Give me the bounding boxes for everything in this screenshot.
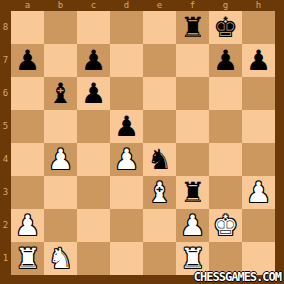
file-label-c: c xyxy=(77,0,110,11)
square-e1[interactable] xyxy=(143,242,176,275)
square-f3[interactable]: ♜ xyxy=(176,176,209,209)
square-a4[interactable] xyxy=(11,143,44,176)
rank-label-3: 3 xyxy=(0,176,11,209)
square-c1[interactable] xyxy=(77,242,110,275)
black-bishop-b6: ♝ xyxy=(44,77,77,110)
square-c2[interactable] xyxy=(77,209,110,242)
square-d8[interactable] xyxy=(110,11,143,44)
square-g2[interactable]: ♚ xyxy=(209,209,242,242)
file-label-e: e xyxy=(143,0,176,11)
square-g3[interactable] xyxy=(209,176,242,209)
black-pawn-d5: ♟ xyxy=(110,110,143,143)
square-h8[interactable] xyxy=(242,11,275,44)
square-d3[interactable] xyxy=(110,176,143,209)
white-pawn-b4: ♟ xyxy=(44,143,77,176)
square-b4[interactable]: ♟ xyxy=(44,143,77,176)
square-e3[interactable]: ♝ xyxy=(143,176,176,209)
square-e2[interactable] xyxy=(143,209,176,242)
square-h5[interactable] xyxy=(242,110,275,143)
rank-labels: 87654321 xyxy=(0,11,11,275)
square-c5[interactable] xyxy=(77,110,110,143)
square-b5[interactable] xyxy=(44,110,77,143)
square-g7[interactable]: ♟ xyxy=(209,44,242,77)
rank-label-1: 1 xyxy=(0,242,11,275)
black-king-g8: ♚ xyxy=(209,11,242,44)
square-a8[interactable] xyxy=(11,11,44,44)
black-pawn-c7: ♟ xyxy=(77,44,110,77)
square-h4[interactable] xyxy=(242,143,275,176)
square-e7[interactable] xyxy=(143,44,176,77)
rank-label-8: 8 xyxy=(0,11,11,44)
square-e5[interactable] xyxy=(143,110,176,143)
square-d2[interactable] xyxy=(110,209,143,242)
white-knight-b1: ♞ xyxy=(44,242,77,275)
square-d4[interactable]: ♟ xyxy=(110,143,143,176)
square-a2[interactable]: ♟ xyxy=(11,209,44,242)
square-c4[interactable] xyxy=(77,143,110,176)
square-h6[interactable] xyxy=(242,77,275,110)
file-label-a: a xyxy=(11,0,44,11)
square-c8[interactable] xyxy=(77,11,110,44)
square-b6[interactable]: ♝ xyxy=(44,77,77,110)
black-pawn-a7: ♟ xyxy=(11,44,44,77)
square-d5[interactable]: ♟ xyxy=(110,110,143,143)
rank-label-5: 5 xyxy=(0,110,11,143)
file-label-d: d xyxy=(110,0,143,11)
square-g6[interactable] xyxy=(209,77,242,110)
white-bishop-e3: ♝ xyxy=(143,176,176,209)
black-pawn-h7: ♟ xyxy=(242,44,275,77)
white-rook-a1: ♜ xyxy=(11,242,44,275)
black-rook-f3: ♜ xyxy=(176,176,209,209)
square-d7[interactable] xyxy=(110,44,143,77)
square-f8[interactable]: ♜ xyxy=(176,11,209,44)
square-c7[interactable]: ♟ xyxy=(77,44,110,77)
file-label-b: b xyxy=(44,0,77,11)
square-b3[interactable] xyxy=(44,176,77,209)
square-e4[interactable]: ♞ xyxy=(143,143,176,176)
black-pawn-c6: ♟ xyxy=(77,77,110,110)
square-b8[interactable] xyxy=(44,11,77,44)
square-f7[interactable] xyxy=(176,44,209,77)
square-f6[interactable] xyxy=(176,77,209,110)
square-h2[interactable] xyxy=(242,209,275,242)
square-g5[interactable] xyxy=(209,110,242,143)
square-d6[interactable] xyxy=(110,77,143,110)
square-d1[interactable] xyxy=(110,242,143,275)
file-label-h: h xyxy=(242,0,275,11)
square-f5[interactable] xyxy=(176,110,209,143)
square-h7[interactable]: ♟ xyxy=(242,44,275,77)
file-labels: abcdefgh xyxy=(11,0,275,11)
white-pawn-a2: ♟ xyxy=(11,209,44,242)
square-b2[interactable] xyxy=(44,209,77,242)
chess-board-frame: abcdefgh 87654321 ♜♚♟♟♟♟♝♟♟♟♟♞♝♜♟♟♟♚♜♞♜ … xyxy=(0,0,284,284)
watermark: CHESSGAMES.COM xyxy=(194,271,281,284)
white-pawn-h3: ♟ xyxy=(242,176,275,209)
square-e6[interactable] xyxy=(143,77,176,110)
white-pawn-d4: ♟ xyxy=(110,143,143,176)
black-pawn-g7: ♟ xyxy=(209,44,242,77)
black-rook-f8: ♜ xyxy=(176,11,209,44)
rank-label-6: 6 xyxy=(0,77,11,110)
file-label-f: f xyxy=(176,0,209,11)
square-b7[interactable] xyxy=(44,44,77,77)
square-a6[interactable] xyxy=(11,77,44,110)
square-a5[interactable] xyxy=(11,110,44,143)
square-c6[interactable]: ♟ xyxy=(77,77,110,110)
square-b1[interactable]: ♞ xyxy=(44,242,77,275)
square-h3[interactable]: ♟ xyxy=(242,176,275,209)
rank-label-4: 4 xyxy=(0,143,11,176)
square-a7[interactable]: ♟ xyxy=(11,44,44,77)
square-g4[interactable] xyxy=(209,143,242,176)
square-c3[interactable] xyxy=(77,176,110,209)
square-a1[interactable]: ♜ xyxy=(11,242,44,275)
white-king-g2: ♚ xyxy=(209,209,242,242)
file-label-g: g xyxy=(209,0,242,11)
rank-label-7: 7 xyxy=(0,44,11,77)
square-f2[interactable]: ♟ xyxy=(176,209,209,242)
white-pawn-f2: ♟ xyxy=(176,209,209,242)
square-e8[interactable] xyxy=(143,11,176,44)
square-a3[interactable] xyxy=(11,176,44,209)
chess-board: ♜♚♟♟♟♟♝♟♟♟♟♞♝♜♟♟♟♚♜♞♜ xyxy=(11,11,275,275)
square-f4[interactable] xyxy=(176,143,209,176)
square-g8[interactable]: ♚ xyxy=(209,11,242,44)
black-knight-e4: ♞ xyxy=(143,143,176,176)
rank-label-2: 2 xyxy=(0,209,11,242)
